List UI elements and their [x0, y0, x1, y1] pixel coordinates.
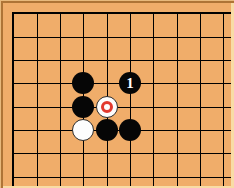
intersection [48, 142, 71, 165]
intersection [2, 118, 25, 141]
intersection [95, 2, 118, 25]
intersection [188, 25, 211, 48]
intersection [95, 165, 118, 188]
intersection [165, 165, 188, 188]
intersection [142, 2, 165, 25]
intersection [142, 118, 165, 141]
intersection [142, 72, 165, 95]
intersection [165, 48, 188, 71]
intersection [72, 142, 95, 165]
stone-black [72, 96, 94, 118]
intersection [25, 95, 48, 118]
board-frame-highlight-bottom [0, 186, 234, 188]
go-board: 1 [0, 0, 234, 188]
stone-black [119, 119, 141, 141]
intersection [165, 72, 188, 95]
intersection [165, 118, 188, 141]
board-frame-shadow-left [1, 0, 3, 188]
board-frame-edge-left [0, 0, 1, 188]
intersection [48, 118, 71, 141]
intersection [2, 2, 25, 25]
intersection [48, 95, 71, 118]
stone-black-move-1: 1 [119, 72, 141, 94]
intersection [2, 72, 25, 95]
intersection [48, 72, 71, 95]
stone-black [72, 72, 94, 94]
intersection [188, 48, 211, 71]
intersection [165, 2, 188, 25]
intersection [165, 95, 188, 118]
intersection [2, 142, 25, 165]
intersection [118, 165, 141, 188]
intersection [118, 48, 141, 71]
intersection [188, 118, 211, 141]
intersection [142, 95, 165, 118]
intersection [95, 95, 118, 118]
intersection [25, 48, 48, 71]
intersection [48, 48, 71, 71]
intersection [142, 25, 165, 48]
board-frame-edge-top [0, 0, 234, 1]
stone-white [72, 119, 94, 141]
intersection [95, 118, 118, 141]
board-intersections: 1 [2, 2, 234, 188]
intersection [2, 48, 25, 71]
intersection [48, 25, 71, 48]
stone-white-circled [96, 96, 118, 118]
intersection [142, 48, 165, 71]
intersection [118, 142, 141, 165]
intersection [2, 25, 25, 48]
intersection [72, 95, 95, 118]
intersection [72, 25, 95, 48]
intersection [142, 165, 165, 188]
intersection [25, 25, 48, 48]
intersection [72, 2, 95, 25]
intersection [48, 165, 71, 188]
intersection [165, 25, 188, 48]
intersection [142, 142, 165, 165]
intersection [72, 72, 95, 95]
board-frame-highlight-right [231, 0, 234, 188]
intersection [118, 95, 141, 118]
intersection [95, 72, 118, 95]
intersection [118, 2, 141, 25]
intersection [118, 118, 141, 141]
intersection [188, 165, 211, 188]
intersection [72, 165, 95, 188]
intersection [25, 72, 48, 95]
move-number-label: 1 [126, 75, 134, 90]
intersection [188, 95, 211, 118]
intersection [2, 95, 25, 118]
intersection [2, 165, 25, 188]
intersection [72, 48, 95, 71]
intersection [95, 48, 118, 71]
intersection [25, 118, 48, 141]
board-frame-shadow-top [0, 1, 234, 3]
intersection [188, 142, 211, 165]
intersection [48, 2, 71, 25]
intersection [25, 142, 48, 165]
circle-marker-icon [101, 101, 113, 113]
intersection [25, 165, 48, 188]
intersection [72, 118, 95, 141]
intersection [188, 72, 211, 95]
intersection [165, 142, 188, 165]
intersection [95, 25, 118, 48]
intersection [118, 25, 141, 48]
intersection [95, 142, 118, 165]
intersection [25, 2, 48, 25]
intersection [188, 2, 211, 25]
stone-black [96, 119, 118, 141]
intersection: 1 [118, 72, 141, 95]
